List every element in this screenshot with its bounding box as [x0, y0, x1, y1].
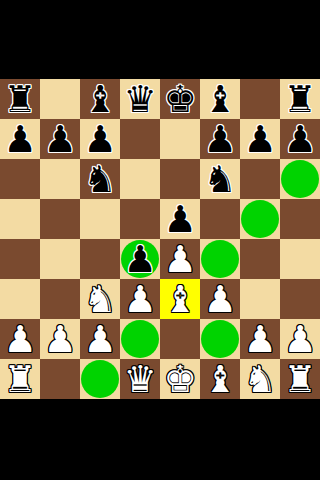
square-g1[interactable]: ♞ — [240, 359, 280, 399]
square-f8[interactable]: ♝ — [200, 79, 240, 119]
black-bishop: ♝ — [200, 79, 240, 119]
square-e1[interactable]: ♚ — [160, 359, 200, 399]
black-pawn: ♟ — [120, 239, 160, 279]
square-a7[interactable]: ♟ — [0, 119, 40, 159]
square-a3[interactable] — [0, 279, 40, 319]
black-pawn: ♟ — [280, 119, 320, 159]
white-pawn: ♟ — [160, 239, 200, 279]
square-b1[interactable] — [40, 359, 80, 399]
screen: { "game": "chess", "position": { "fen": … — [0, 0, 320, 480]
square-c7[interactable]: ♟ — [80, 119, 120, 159]
black-pawn: ♟ — [240, 119, 280, 159]
square-f2[interactable] — [200, 319, 240, 359]
white-pawn: ♟ — [80, 319, 120, 359]
square-c5[interactable] — [80, 199, 120, 239]
square-a2[interactable]: ♟ — [0, 319, 40, 359]
square-e7[interactable] — [160, 119, 200, 159]
square-d2[interactable] — [120, 319, 160, 359]
square-e8[interactable]: ♚ — [160, 79, 200, 119]
square-a5[interactable] — [0, 199, 40, 239]
black-pawn: ♟ — [40, 119, 80, 159]
square-d8[interactable]: ♛ — [120, 79, 160, 119]
white-bishop: ♝ — [200, 359, 240, 399]
square-b5[interactable] — [40, 199, 80, 239]
black-rook: ♜ — [280, 79, 320, 119]
square-h1[interactable]: ♜ — [280, 359, 320, 399]
white-knight: ♞ — [80, 279, 120, 319]
white-pawn: ♟ — [200, 279, 240, 319]
square-b8[interactable] — [40, 79, 80, 119]
legal-move-hint — [201, 320, 239, 358]
square-h6[interactable] — [280, 159, 320, 199]
square-b3[interactable] — [40, 279, 80, 319]
square-f3[interactable]: ♟ — [200, 279, 240, 319]
black-pawn: ♟ — [200, 119, 240, 159]
square-g8[interactable] — [240, 79, 280, 119]
black-pawn: ♟ — [80, 119, 120, 159]
square-f4[interactable] — [200, 239, 240, 279]
square-g6[interactable] — [240, 159, 280, 199]
square-e4[interactable]: ♟ — [160, 239, 200, 279]
square-b6[interactable] — [40, 159, 80, 199]
square-d6[interactable] — [120, 159, 160, 199]
square-c2[interactable]: ♟ — [80, 319, 120, 359]
square-e2[interactable] — [160, 319, 200, 359]
legal-move-hint — [121, 320, 159, 358]
black-rook: ♜ — [0, 79, 40, 119]
chess-board: ♜♝♛♚♝♜♟♟♟♟♟♟♞♞♟♟♟♞♟♝♟♟♟♟♟♟♜♛♚♝♞♜ — [0, 79, 320, 399]
square-a6[interactable] — [0, 159, 40, 199]
white-queen: ♛ — [120, 359, 160, 399]
white-pawn: ♟ — [240, 319, 280, 359]
black-bishop: ♝ — [80, 79, 120, 119]
square-h7[interactable]: ♟ — [280, 119, 320, 159]
square-b4[interactable] — [40, 239, 80, 279]
black-queen: ♛ — [120, 79, 160, 119]
square-e6[interactable] — [160, 159, 200, 199]
square-d3[interactable]: ♟ — [120, 279, 160, 319]
square-f5[interactable] — [200, 199, 240, 239]
square-b7[interactable]: ♟ — [40, 119, 80, 159]
square-g3[interactable] — [240, 279, 280, 319]
square-d1[interactable]: ♛ — [120, 359, 160, 399]
square-b2[interactable]: ♟ — [40, 319, 80, 359]
square-a4[interactable] — [0, 239, 40, 279]
white-rook: ♜ — [280, 359, 320, 399]
white-knight: ♞ — [240, 359, 280, 399]
black-knight: ♞ — [200, 159, 240, 199]
bottom-bar — [0, 399, 320, 480]
legal-move-hint — [241, 200, 279, 238]
black-pawn: ♟ — [160, 199, 200, 239]
white-pawn: ♟ — [120, 279, 160, 319]
square-e3[interactable]: ♝ — [160, 279, 200, 319]
square-g7[interactable]: ♟ — [240, 119, 280, 159]
square-e5[interactable]: ♟ — [160, 199, 200, 239]
square-d7[interactable] — [120, 119, 160, 159]
square-d4[interactable]: ♟ — [120, 239, 160, 279]
white-pawn: ♟ — [280, 319, 320, 359]
legal-move-hint — [281, 160, 319, 198]
square-g2[interactable]: ♟ — [240, 319, 280, 359]
white-pawn: ♟ — [0, 319, 40, 359]
square-c4[interactable] — [80, 239, 120, 279]
legal-move-hint — [81, 360, 119, 398]
square-d5[interactable] — [120, 199, 160, 239]
square-f7[interactable]: ♟ — [200, 119, 240, 159]
top-bar — [0, 0, 320, 79]
square-f1[interactable]: ♝ — [200, 359, 240, 399]
black-king: ♚ — [160, 79, 200, 119]
square-f6[interactable]: ♞ — [200, 159, 240, 199]
square-h8[interactable]: ♜ — [280, 79, 320, 119]
square-c1[interactable] — [80, 359, 120, 399]
square-h5[interactable] — [280, 199, 320, 239]
square-c6[interactable]: ♞ — [80, 159, 120, 199]
white-bishop: ♝ — [160, 279, 200, 319]
square-c3[interactable]: ♞ — [80, 279, 120, 319]
square-g4[interactable] — [240, 239, 280, 279]
square-c8[interactable]: ♝ — [80, 79, 120, 119]
square-h4[interactable] — [280, 239, 320, 279]
square-a8[interactable]: ♜ — [0, 79, 40, 119]
white-pawn: ♟ — [40, 319, 80, 359]
square-h2[interactable]: ♟ — [280, 319, 320, 359]
white-king: ♚ — [160, 359, 200, 399]
square-h3[interactable] — [280, 279, 320, 319]
square-a1[interactable]: ♜ — [0, 359, 40, 399]
legal-move-hint — [201, 240, 239, 278]
black-knight: ♞ — [80, 159, 120, 199]
black-pawn: ♟ — [0, 119, 40, 159]
square-g5[interactable] — [240, 199, 280, 239]
white-rook: ♜ — [0, 359, 40, 399]
